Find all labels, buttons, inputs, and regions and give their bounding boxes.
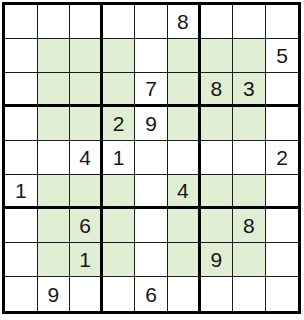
cell-r6c1[interactable]: 1: [5, 175, 38, 209]
cell-r9c5[interactable]: 6: [135, 277, 168, 311]
cell-r5c8[interactable]: [233, 141, 266, 175]
cell-r4c6[interactable]: [168, 107, 201, 141]
cell-r1c6[interactable]: 8: [168, 5, 201, 39]
cell-r6c5[interactable]: [135, 175, 168, 209]
cell-r4c7[interactable]: [201, 107, 234, 141]
cell-r2c1[interactable]: [5, 39, 38, 73]
cell-r1c8[interactable]: [233, 5, 266, 39]
cell-r9c9[interactable]: [266, 277, 299, 311]
cell-r8c8[interactable]: [233, 243, 266, 277]
cell-r4c9[interactable]: [266, 107, 299, 141]
cell-r9c8[interactable]: [233, 277, 266, 311]
cell-r5c1[interactable]: [5, 141, 38, 175]
cell-r6c2[interactable]: [38, 175, 71, 209]
cell-r1c2[interactable]: [38, 5, 71, 39]
cell-r1c5[interactable]: [135, 5, 168, 39]
cell-r6c7[interactable]: [201, 175, 234, 209]
cell-r7c3[interactable]: 6: [70, 209, 103, 243]
cell-r8c4[interactable]: [103, 243, 136, 277]
cell-r2c8[interactable]: [233, 39, 266, 73]
sudoku-screen: 857832941214681996: [0, 0, 304, 320]
cell-r1c7[interactable]: [201, 5, 234, 39]
cell-r2c7[interactable]: [201, 39, 234, 73]
cell-r7c7[interactable]: [201, 209, 234, 243]
cell-r8c5[interactable]: [135, 243, 168, 277]
cell-r7c5[interactable]: [135, 209, 168, 243]
cell-r6c3[interactable]: [70, 175, 103, 209]
cell-r3c3[interactable]: [70, 73, 103, 107]
cell-r3c9[interactable]: [266, 73, 299, 107]
cell-r1c4[interactable]: [103, 5, 136, 39]
cell-r9c1[interactable]: [5, 277, 38, 311]
cell-r1c1[interactable]: [5, 5, 38, 39]
cell-r8c7[interactable]: 9: [201, 243, 234, 277]
cell-r5c5[interactable]: [135, 141, 168, 175]
cell-r4c5[interactable]: 9: [135, 107, 168, 141]
cell-r2c4[interactable]: [103, 39, 136, 73]
cell-r5c6[interactable]: [168, 141, 201, 175]
cell-r9c4[interactable]: [103, 277, 136, 311]
cell-r3c8[interactable]: 3: [233, 73, 266, 107]
cell-r3c2[interactable]: [38, 73, 71, 107]
cell-r7c8[interactable]: 8: [233, 209, 266, 243]
cell-r6c9[interactable]: [266, 175, 299, 209]
cell-r7c2[interactable]: [38, 209, 71, 243]
sudoku-board: 857832941214681996: [2, 2, 301, 314]
cell-r9c2[interactable]: 9: [38, 277, 71, 311]
cell-r3c6[interactable]: [168, 73, 201, 107]
cell-r2c5[interactable]: [135, 39, 168, 73]
cell-r8c6[interactable]: [168, 243, 201, 277]
cell-r2c3[interactable]: [70, 39, 103, 73]
cell-r2c2[interactable]: [38, 39, 71, 73]
cell-r7c1[interactable]: [5, 209, 38, 243]
cell-r5c3[interactable]: 4: [70, 141, 103, 175]
cell-r4c8[interactable]: [233, 107, 266, 141]
cell-r4c3[interactable]: [70, 107, 103, 141]
cell-r9c7[interactable]: [201, 277, 234, 311]
cell-r9c3[interactable]: [70, 277, 103, 311]
cell-r3c7[interactable]: 8: [201, 73, 234, 107]
cell-r8c2[interactable]: [38, 243, 71, 277]
cell-r6c6[interactable]: 4: [168, 175, 201, 209]
cell-r1c3[interactable]: [70, 5, 103, 39]
cell-r4c2[interactable]: [38, 107, 71, 141]
cell-r5c7[interactable]: [201, 141, 234, 175]
cell-r5c4[interactable]: 1: [103, 141, 136, 175]
cell-r5c9[interactable]: 2: [266, 141, 299, 175]
cell-r3c1[interactable]: [5, 73, 38, 107]
cell-r9c6[interactable]: [168, 277, 201, 311]
cell-r4c4[interactable]: 2: [103, 107, 136, 141]
cell-r5c2[interactable]: [38, 141, 71, 175]
cell-r7c4[interactable]: [103, 209, 136, 243]
cell-r8c3[interactable]: 1: [70, 243, 103, 277]
cell-r6c8[interactable]: [233, 175, 266, 209]
cell-r1c9[interactable]: [266, 5, 299, 39]
cell-r8c9[interactable]: [266, 243, 299, 277]
cell-r2c6[interactable]: [168, 39, 201, 73]
cell-r6c4[interactable]: [103, 175, 136, 209]
cell-r7c6[interactable]: [168, 209, 201, 243]
cell-r4c1[interactable]: [5, 107, 38, 141]
cell-r7c9[interactable]: [266, 209, 299, 243]
cell-r3c5[interactable]: 7: [135, 73, 168, 107]
cell-r3c4[interactable]: [103, 73, 136, 107]
cell-r8c1[interactable]: [5, 243, 38, 277]
cell-r2c9[interactable]: 5: [266, 39, 299, 73]
